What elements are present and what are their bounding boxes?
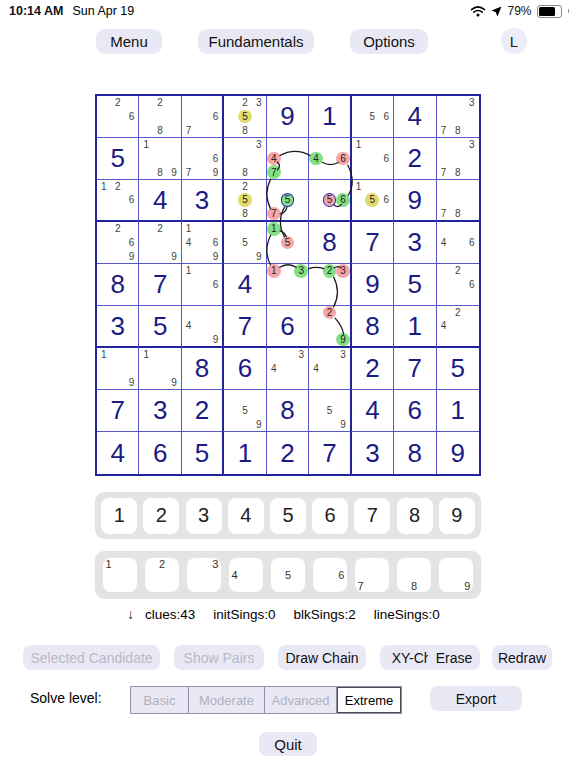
position-button-8[interactable]: 8 [397,558,431,592]
cell-r6c4[interactable]: 7 [224,306,266,348]
digit-button-2[interactable]: 2 [143,498,179,534]
cell-r1c6[interactable]: 1 [309,96,351,138]
candidate-2: 2 [153,222,167,236]
cell-value: 8 [394,432,435,474]
cell-r3c5[interactable]: 57 [267,180,309,222]
candidate-3: 3 [294,348,308,362]
cell-r9c4[interactable]: 1 [224,432,266,474]
candidate-1: 1 [352,138,366,152]
candidate-7: 7 [437,165,451,179]
board-grid: 2628672358915643785189679384746162378126… [97,96,479,474]
status-right: 79% [470,4,569,18]
cell-value: 8 [97,264,138,305]
candidate-5: 5 [323,404,336,418]
candidate-6: 6 [209,278,222,292]
cell-value: 1 [394,306,435,346]
cell-r6c3[interactable]: 49 [182,306,224,348]
candidate-8: 8 [153,165,167,179]
cell-value: 5 [394,264,435,305]
candidate-9: 9 [252,417,266,431]
segment-basic[interactable]: Basic [131,687,189,713]
cell-r1c4[interactable]: 2358 [224,96,266,138]
cell-r1c9[interactable]: 378 [437,96,479,138]
cell-r4c5[interactable]: 15 [267,222,309,264]
candidate-7: 7 [267,165,281,179]
cell-r6c9[interactable]: 24 [437,306,479,348]
candidate-6: 6 [379,152,393,166]
date: Sun Apr 19 [72,4,134,18]
candidate-9: 9 [336,333,349,346]
cell-r9c1[interactable]: 4 [97,432,139,474]
candidate-1: 1 [139,348,153,362]
cell-value: 8 [309,222,349,263]
candidate-2: 2 [451,306,465,319]
export-button[interactable]: Export [430,686,522,711]
cell-r2c9[interactable]: 378 [437,138,479,180]
cell-r1c8[interactable]: 4 [394,96,436,138]
candidate-8: 8 [451,123,465,137]
candidate-6: 6 [209,110,222,124]
cell-value: 6 [267,306,308,346]
candidate-4: 4 [437,236,451,250]
candidate-1: 1 [97,180,111,193]
cell-value: 4 [139,180,180,220]
cell-value: 1 [437,390,479,431]
solve-level-label: Solve level: [30,690,102,706]
cell-r5c5[interactable]: 13 [267,264,309,306]
cell-value: 5 [182,432,222,474]
candidate-8: 8 [238,123,252,137]
cell-value: 4 [394,96,435,137]
candidate-7: 7 [182,165,195,179]
candidate-9: 9 [252,249,266,263]
candidate-6: 6 [209,236,222,250]
candidate-3: 3 [465,96,479,110]
cell-r7c2[interactable]: 19 [139,348,181,390]
candidate-6: 6 [336,152,349,166]
cell-r4c2[interactable]: 29 [139,222,181,264]
cell-value: 6 [224,348,265,389]
show-pairs-button[interactable]: Show Pairs [174,645,264,670]
candidate-5: 5 [281,193,295,206]
candidate-6: 6 [125,110,139,124]
candidate-9: 9 [336,417,349,431]
clock: 10:14 AM [9,4,63,18]
menu-button[interactable]: Menu [96,29,162,54]
position-digit: 6 [336,569,347,580]
candidate-4: 4 [437,319,451,332]
candidate-6: 6 [379,193,393,206]
candidate-2: 2 [238,96,252,110]
segment-extreme[interactable]: Extreme [337,687,401,713]
cell-value: 1 [224,432,265,474]
cell-r3c8[interactable]: 9 [394,180,436,222]
cell-r7c3[interactable]: 8 [182,348,224,390]
candidate-5: 5 [238,236,252,250]
candidate-5: 5 [238,193,252,206]
cell-value: 2 [182,390,222,431]
cell-r6c1[interactable]: 3 [97,306,139,348]
cell-value: 7 [97,390,138,431]
fundamentals-button[interactable]: Fundamentals [198,29,314,54]
candidate-1: 1 [182,264,195,278]
cell-value: 3 [97,306,138,346]
cell-r9c8[interactable]: 8 [394,432,436,474]
cell-r8c7[interactable]: 4 [352,390,394,432]
cell-r6c7[interactable]: 8 [352,306,394,348]
wifi-icon [470,5,486,17]
candidate-8: 8 [153,123,167,137]
digit-button-7[interactable]: 7 [354,498,390,534]
position-button-7[interactable]: 7 [355,558,389,592]
candidate-8: 8 [451,207,465,220]
cell-value: 2 [267,432,308,474]
cell-r4c1[interactable]: 269 [97,222,139,264]
cell-r7c4[interactable]: 6 [224,348,266,390]
cell-r2c2[interactable]: 189 [139,138,181,180]
cell-r2c5[interactable]: 47 [267,138,309,180]
cell-value: 8 [267,390,308,431]
cell-r3c9[interactable]: 78 [437,180,479,222]
battery-percent: 79% [507,4,531,18]
candidate-7: 7 [437,207,451,220]
position-digit: 4 [229,569,240,580]
cell-r3c4[interactable]: 258 [224,180,266,222]
cell-value: 3 [394,222,435,263]
cell-value: 6 [139,432,180,474]
position-button-5[interactable]: 5 [271,558,305,592]
segment-moderate[interactable]: Moderate [189,687,265,713]
cell-r7c5[interactable]: 34 [267,348,309,390]
candidate-1: 1 [267,222,281,236]
cell-value: 1 [309,96,349,137]
candidate-2: 2 [111,180,125,193]
digit-button-5[interactable]: 5 [270,498,306,534]
candidate-2: 2 [153,96,167,110]
erase-button[interactable]: Erase [428,645,480,670]
position-button-9[interactable]: 9 [439,558,473,592]
candidate-9: 9 [125,249,139,263]
cell-r8c9[interactable]: 1 [437,390,479,432]
cell-r4c3[interactable]: 1469 [182,222,224,264]
candidate-4: 4 [182,236,195,250]
cell-r1c2[interactable]: 28 [139,96,181,138]
battery-nub [568,9,570,13]
candidate-5: 5 [238,110,252,124]
location-arrow-icon [491,6,502,17]
cell-value: 7 [224,306,265,346]
candidate-3: 3 [336,264,349,278]
cell-r3c2[interactable]: 4 [139,180,181,222]
cell-value: 2 [352,348,393,389]
candidate-7: 7 [267,207,281,220]
candidate-5: 5 [365,110,379,124]
position-digit: 7 [355,581,366,592]
position-keypad: 123456789 [95,551,481,599]
cell-r8c6[interactable]: 59 [309,390,351,432]
candidate-5: 5 [323,193,336,206]
candidate-3: 3 [336,348,349,362]
candidate-2: 2 [238,180,252,193]
candidate-7: 7 [182,123,195,137]
candidate-9: 9 [209,249,222,263]
candidate-6: 6 [465,278,479,292]
candidate-4: 4 [267,152,281,166]
cell-r8c4[interactable]: 59 [224,390,266,432]
cell-value: 3 [139,390,180,431]
cell-r7c9[interactable]: 5 [437,348,479,390]
cell-r3c6[interactable]: 56 [309,180,351,222]
candidate-5: 5 [365,193,379,206]
position-button-1[interactable]: 1 [103,558,137,592]
cell-r9c7[interactable]: 3 [352,432,394,474]
cell-r2c7[interactable]: 16 [352,138,394,180]
candidate-3: 3 [465,138,479,152]
candidate-8: 8 [451,165,465,179]
stat-linesings: lineSings:0 [374,607,440,622]
candidate-9: 9 [125,375,139,389]
cell-r1c7[interactable]: 56 [352,96,394,138]
digit-button-9[interactable]: 9 [439,498,475,534]
position-digit: 2 [156,558,167,569]
cell-value: 7 [309,432,349,474]
cell-r8c5[interactable]: 8 [267,390,309,432]
cell-r2c3[interactable]: 679 [182,138,224,180]
cell-r4c6[interactable]: 8 [309,222,351,264]
position-digit: 8 [408,581,419,592]
cell-r2c6[interactable]: 46 [309,138,351,180]
cell-r7c8[interactable]: 7 [394,348,436,390]
cell-r3c1[interactable]: 126 [97,180,139,222]
cell-r1c3[interactable]: 67 [182,96,224,138]
cell-r7c1[interactable]: 19 [97,348,139,390]
candidate-4: 4 [309,362,322,376]
cell-value: 7 [394,348,435,389]
candidate-6: 6 [125,236,139,250]
cell-value: 9 [267,96,308,137]
cell-r1c1[interactable]: 26 [97,96,139,138]
candidate-2: 2 [451,264,465,278]
candidate-4: 4 [267,362,281,376]
cell-r6c5[interactable]: 6 [267,306,309,348]
cell-value: 5 [139,306,180,346]
candidate-9: 9 [167,249,181,263]
candidate-4: 4 [182,319,195,332]
cell-r8c3[interactable]: 2 [182,390,224,432]
cell-r5c9[interactable]: 26 [437,264,479,306]
candidate-1: 1 [182,222,195,236]
cell-r8c2[interactable]: 3 [139,390,181,432]
position-digit: 3 [210,558,221,569]
redraw-button[interactable]: Redraw [492,645,552,670]
sudoku-app: 10:14 AM Sun Apr 19 79% Menu Fundamental… [0,0,576,768]
candidate-3: 3 [294,264,308,278]
cell-value: 4 [97,432,138,474]
candidate-5: 5 [281,236,295,250]
position-digit: 1 [103,558,114,569]
digit-button-3[interactable]: 3 [186,498,222,534]
candidate-6: 6 [336,193,349,206]
position-digit: 5 [282,569,293,580]
cell-r5c1[interactable]: 8 [97,264,139,306]
candidate-6: 6 [209,152,222,166]
cell-value: 4 [224,264,265,305]
cell-r3c7[interactable]: 156 [352,180,394,222]
candidate-9: 9 [209,165,222,179]
cell-r5c6[interactable]: 23 [309,264,351,306]
candidate-7: 7 [437,123,451,137]
status-bar: 10:14 AM Sun Apr 19 79% [0,0,576,24]
cell-value: 7 [139,264,180,305]
cell-r5c2[interactable]: 7 [139,264,181,306]
sudoku-board: 2628672358915643785189679384746162378126… [95,94,481,476]
cell-r1c5[interactable]: 9 [267,96,309,138]
solve-level-segmented: Basic Moderate Advanced Extreme [130,686,402,714]
cell-r6c6[interactable]: 29 [309,306,351,348]
candidate-9: 9 [167,165,181,179]
candidate-6: 6 [379,110,393,124]
candidate-9: 9 [209,333,222,346]
quit-button[interactable]: Quit [259,732,317,756]
cell-value: 8 [352,306,393,346]
cell-value: 7 [352,222,393,263]
candidate-3: 3 [252,138,266,152]
cell-r7c6[interactable]: 34 [309,348,351,390]
cell-r9c2[interactable]: 6 [139,432,181,474]
battery-icon [537,5,562,18]
cell-value: 9 [352,264,393,305]
candidate-6: 6 [125,193,139,206]
cell-r8c1[interactable]: 7 [97,390,139,432]
cell-r9c6[interactable]: 7 [309,432,351,474]
candidate-6: 6 [465,236,479,250]
cell-r4c7[interactable]: 7 [352,222,394,264]
position-button-4[interactable]: 4 [229,558,263,592]
cell-value: 3 [352,432,393,474]
cell-value: 6 [394,390,435,431]
candidate-2: 2 [323,264,336,278]
candidate-1: 1 [97,348,111,362]
cell-r6c8[interactable]: 1 [394,306,436,348]
candidate-8: 8 [238,165,252,179]
stat-blksings: blkSings:2 [294,607,356,622]
cell-r7c7[interactable]: 2 [352,348,394,390]
candidate-2: 2 [111,96,125,110]
selected-candidate-button[interactable]: Selected Candidate [23,645,160,670]
stat-initsings: initSings:0 [213,607,275,622]
cell-value: 5 [97,138,138,179]
cell-r2c1[interactable]: 5 [97,138,139,180]
stats-line: ↓clues:43initSings:0blkSings:2lineSings:… [0,607,576,622]
position-digit: 9 [462,581,473,592]
cell-value: 5 [437,348,479,389]
cell-r4c8[interactable]: 3 [394,222,436,264]
candidate-1: 1 [352,180,366,193]
cell-r6c2[interactable]: 5 [139,306,181,348]
value-keypad: 123456789 [95,492,481,539]
candidate-8: 8 [238,207,252,220]
cell-r2c8[interactable]: 2 [394,138,436,180]
candidate-5: 5 [238,404,252,418]
draw-chain-button[interactable]: Draw Chain [278,645,366,670]
candidate-4: 4 [309,152,322,166]
cell-r4c4[interactable]: 59 [224,222,266,264]
cell-value: 9 [437,432,479,474]
cell-value: 3 [182,180,222,220]
digit-button-1[interactable]: 1 [101,498,137,534]
cell-r9c5[interactable]: 2 [267,432,309,474]
segment-advanced[interactable]: Advanced [265,687,337,713]
cell-value: 9 [394,180,435,220]
cell-r4c9[interactable]: 46 [437,222,479,264]
cell-value: 2 [394,138,435,179]
position-button-3[interactable]: 3 [187,558,221,592]
candidate-9: 9 [167,375,181,389]
cell-r9c3[interactable]: 5 [182,432,224,474]
cell-r8c8[interactable]: 6 [394,390,436,432]
cell-r5c8[interactable]: 5 [394,264,436,306]
digit-button-4[interactable]: 4 [228,498,264,534]
candidate-2: 2 [111,222,125,236]
down-arrow-icon: ↓ [127,607,134,622]
cell-r3c3[interactable]: 3 [182,180,224,222]
cell-r2c4[interactable]: 38 [224,138,266,180]
position-button-6[interactable]: 6 [313,558,347,592]
candidate-2: 2 [323,306,336,319]
status-left: 10:14 AM Sun Apr 19 [9,4,134,18]
cell-value: 4 [352,390,393,431]
stat-clues: clues:43 [145,607,195,622]
cell-r5c3[interactable]: 16 [182,264,224,306]
candidate-1: 1 [267,264,281,278]
position-button-2[interactable]: 2 [145,558,179,592]
cell-r5c4[interactable]: 4 [224,264,266,306]
digit-button-6[interactable]: 6 [312,498,348,534]
digit-button-8[interactable]: 8 [397,498,433,534]
candidate-3: 3 [252,96,266,110]
cell-r9c9[interactable]: 9 [437,432,479,474]
candidate-1: 1 [139,138,153,152]
avatar[interactable]: L [501,28,527,54]
options-button[interactable]: Options [350,29,428,54]
cell-r5c7[interactable]: 9 [352,264,394,306]
cell-value: 8 [182,348,222,389]
